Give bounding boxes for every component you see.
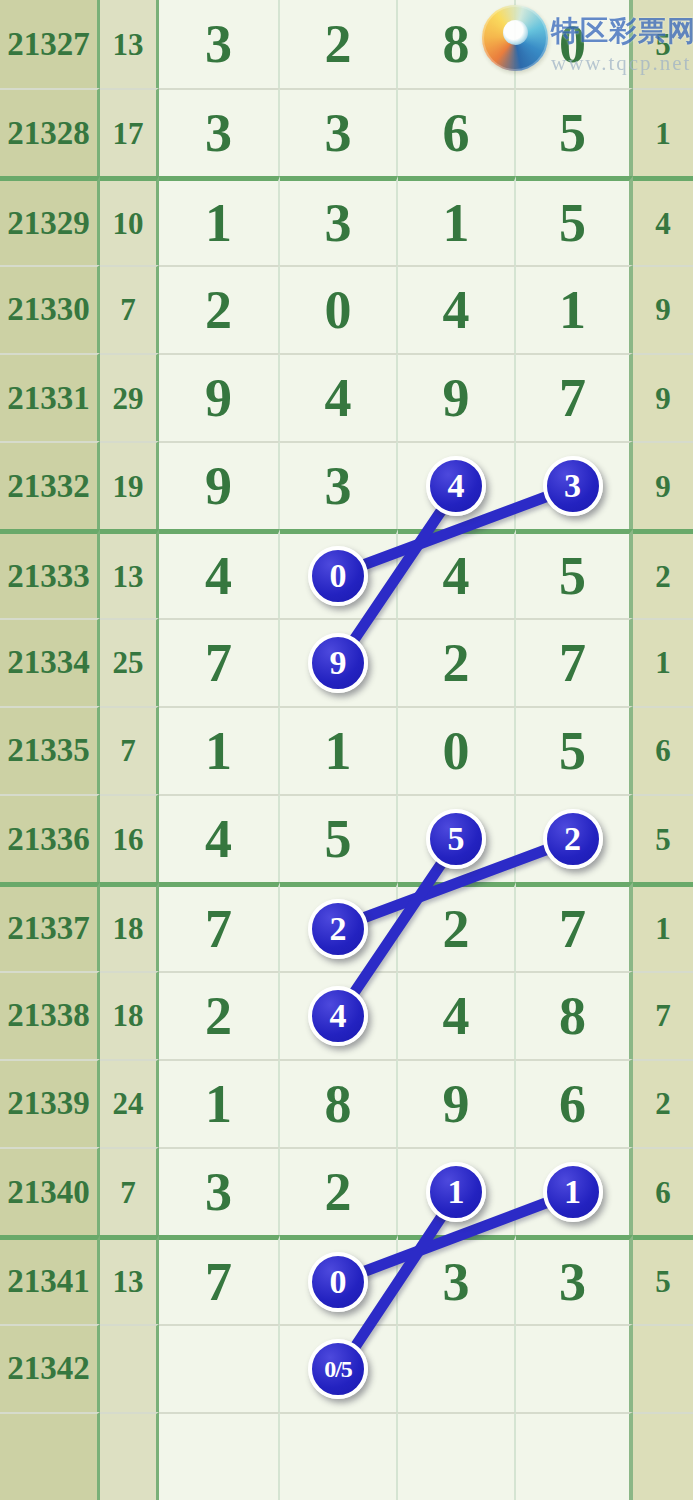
cell-digit: 1: [398, 1147, 516, 1235]
cell-digit: 1: [280, 706, 398, 794]
cell-digit: 7: [159, 618, 280, 706]
logo-text-block: 特区彩票网 www.tqcp.net: [551, 12, 693, 76]
cell-digit: [280, 1412, 398, 1500]
cell-period: 21330: [0, 265, 100, 353]
cell-period: [0, 1412, 100, 1500]
cell-digit: 4: [280, 971, 398, 1059]
cell-sum: 7: [100, 1147, 159, 1235]
cell-digit: 2: [398, 618, 516, 706]
cell-period: 21339: [0, 1059, 100, 1147]
cell-sum: 19: [100, 441, 159, 529]
cell-digit: 6: [398, 88, 516, 176]
prediction-circle: 0: [308, 546, 368, 606]
cell-tail: 9: [633, 265, 693, 353]
cell-period: 21337: [0, 882, 100, 970]
cell-sum: 17: [100, 88, 159, 176]
cell-digit: 1: [516, 1147, 633, 1235]
cell-tail: 1: [633, 618, 693, 706]
cell-sum: 10: [100, 176, 159, 264]
prediction-circle: 2: [543, 809, 603, 869]
cell-digit: 4: [280, 353, 398, 441]
cell-digit: 0: [280, 529, 398, 617]
cell-digit: 5: [516, 706, 633, 794]
cell-sum: [100, 1324, 159, 1412]
cell-period: 21341: [0, 1235, 100, 1323]
cell-period: 21333: [0, 529, 100, 617]
cell-tail: 7: [633, 971, 693, 1059]
cell-digit: 7: [516, 353, 633, 441]
cell-sum: 16: [100, 794, 159, 882]
cell-period: 21331: [0, 353, 100, 441]
cell-tail: 6: [633, 706, 693, 794]
cell-digit: [398, 1412, 516, 1500]
cell-digit: 8: [280, 1059, 398, 1147]
cell-sum: 18: [100, 882, 159, 970]
cell-digit: [398, 1324, 516, 1412]
site-logo: 特区彩票网 www.tqcp.net: [482, 5, 693, 76]
cell-digit: 3: [398, 1235, 516, 1323]
cell-digit: 1: [398, 176, 516, 264]
prediction-circle: 4: [308, 986, 368, 1046]
trend-table: 2132713328052132817336512132910131542133…: [0, 0, 693, 1500]
cell-digit: 2: [280, 1147, 398, 1235]
cell-digit: 9: [398, 353, 516, 441]
cell-tail: 1: [633, 88, 693, 176]
cell-tail: 1: [633, 882, 693, 970]
lottery-trend-chart: 2132713328052132817336512132910131542133…: [0, 0, 693, 1500]
cell-digit: 3: [280, 441, 398, 529]
cell-period: 21332: [0, 441, 100, 529]
cell-tail: 5: [633, 1235, 693, 1323]
prediction-circle: 9: [308, 633, 368, 693]
cell-sum: 25: [100, 618, 159, 706]
cell-tail: 2: [633, 529, 693, 617]
cell-period: 21328: [0, 88, 100, 176]
cell-digit: 9: [159, 353, 280, 441]
cell-digit: 7: [159, 882, 280, 970]
cell-sum: 7: [100, 265, 159, 353]
cell-digit: 3: [159, 1147, 280, 1235]
cell-digit: 2: [280, 882, 398, 970]
cell-digit: 4: [159, 529, 280, 617]
cell-sum: 13: [100, 1235, 159, 1323]
cell-digit: 2: [516, 794, 633, 882]
cell-sum: [100, 1412, 159, 1500]
cell-digit: 0: [280, 265, 398, 353]
cell-digit: 5: [398, 794, 516, 882]
cell-digit: 9: [280, 618, 398, 706]
cell-tail: 9: [633, 441, 693, 529]
cell-digit: [159, 1412, 280, 1500]
cell-digit: 2: [280, 0, 398, 88]
cell-digit: 9: [159, 441, 280, 529]
cell-digit: 0: [280, 1235, 398, 1323]
cell-digit: 4: [398, 971, 516, 1059]
cell-sum: 13: [100, 0, 159, 88]
cell-period: 21329: [0, 176, 100, 264]
cell-period: 21342: [0, 1324, 100, 1412]
prediction-circle: 4: [426, 456, 486, 516]
cell-digit: [516, 1412, 633, 1500]
cell-digit: 0: [398, 706, 516, 794]
cell-digit: 1: [159, 706, 280, 794]
cell-digit: 1: [516, 265, 633, 353]
cell-digit: 4: [398, 265, 516, 353]
cell-digit: 1: [159, 176, 280, 264]
cell-digit: 6: [516, 1059, 633, 1147]
prediction-circle: 3: [543, 456, 603, 516]
cell-tail: [633, 1412, 693, 1500]
cell-digit: 7: [516, 618, 633, 706]
cell-digit: [516, 1324, 633, 1412]
cell-tail: 9: [633, 353, 693, 441]
cell-sum: 13: [100, 529, 159, 617]
cell-digit: 8: [516, 971, 633, 1059]
cell-digit: 3: [280, 88, 398, 176]
logo-swirl-icon: [482, 5, 548, 71]
logo-watermark: www.tqcp.net: [551, 51, 693, 76]
cell-period: 21338: [0, 971, 100, 1059]
cell-digit: 5: [280, 794, 398, 882]
cell-digit: 1: [159, 1059, 280, 1147]
cell-period: 21335: [0, 706, 100, 794]
cell-digit: 3: [280, 176, 398, 264]
cell-digit: 5: [516, 529, 633, 617]
prediction-circle: 1: [426, 1162, 486, 1222]
cell-tail: 5: [633, 794, 693, 882]
logo-title: 特区彩票网: [551, 12, 693, 50]
prediction-circle: 0/5: [308, 1339, 368, 1399]
prediction-circle: 5: [426, 809, 486, 869]
prediction-circle: 1: [543, 1162, 603, 1222]
cell-digit: 3: [516, 441, 633, 529]
cell-tail: 2: [633, 1059, 693, 1147]
cell-sum: 7: [100, 706, 159, 794]
cell-sum: 18: [100, 971, 159, 1059]
cell-digit: 2: [159, 971, 280, 1059]
cell-sum: 29: [100, 353, 159, 441]
cell-digit: 3: [159, 88, 280, 176]
cell-period: 21336: [0, 794, 100, 882]
cell-digit: 3: [159, 0, 280, 88]
cell-digit: [159, 1324, 280, 1412]
cell-digit: 2: [398, 882, 516, 970]
cell-digit: 7: [516, 882, 633, 970]
cell-digit: 4: [159, 794, 280, 882]
cell-period: 21327: [0, 0, 100, 88]
cell-digit: 0/5: [280, 1324, 398, 1412]
prediction-circle: 0: [308, 1252, 368, 1312]
cell-digit: 5: [516, 88, 633, 176]
cell-period: 21340: [0, 1147, 100, 1235]
prediction-circle: 2: [308, 899, 368, 959]
cell-sum: 24: [100, 1059, 159, 1147]
cell-digit: 7: [159, 1235, 280, 1323]
cell-tail: 4: [633, 176, 693, 264]
cell-digit: 5: [516, 176, 633, 264]
cell-digit: 9: [398, 1059, 516, 1147]
cell-period: 21334: [0, 618, 100, 706]
cell-digit: 3: [516, 1235, 633, 1323]
cell-tail: 6: [633, 1147, 693, 1235]
cell-tail: [633, 1324, 693, 1412]
cell-digit: 2: [159, 265, 280, 353]
cell-digit: 4: [398, 441, 516, 529]
cell-digit: 4: [398, 529, 516, 617]
